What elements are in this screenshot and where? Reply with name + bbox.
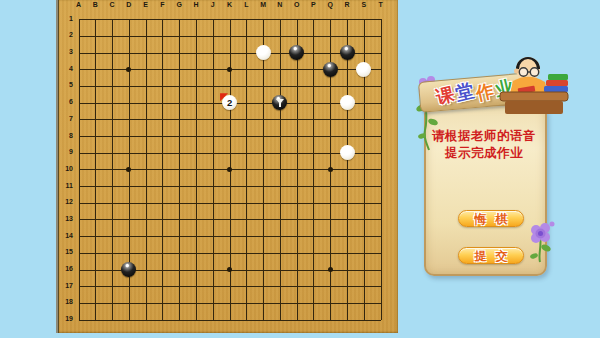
column-label-D: D [121, 1, 137, 8]
instruction-line-2: 提示完成作业 [426, 145, 542, 162]
black-stone-Q4 [323, 62, 338, 77]
column-label-N: N [272, 1, 288, 8]
white-stone-M3 [256, 45, 271, 60]
app-screen: ABCDEFGHJKLMNOPQRST 12345678910111213141… [0, 0, 600, 338]
white-stone-K6: 2 [222, 95, 237, 110]
column-label-H: H [188, 1, 204, 8]
instruction-text: 请根据老师的语音 提示完成作业 [426, 128, 542, 161]
column-label-S: S [356, 1, 372, 8]
title-char: 作 [474, 81, 496, 103]
column-label-J: J [205, 1, 221, 8]
column-label-T: T [373, 1, 389, 8]
column-label-C: C [104, 1, 120, 8]
column-label-L: L [238, 1, 254, 8]
move-number-label: 2 [227, 98, 232, 108]
submit-button-label: 提交 [466, 250, 517, 262]
star-point-D4 [126, 67, 131, 72]
undo-move-button[interactable]: 悔棋 [458, 210, 524, 227]
column-label-F: F [154, 1, 170, 8]
instruction-line-1: 请根据老师的语音 [426, 128, 542, 145]
star-point-K10 [227, 167, 232, 172]
current-move-tee-marker [272, 95, 287, 110]
column-label-B: B [87, 1, 103, 8]
column-label-K: K [222, 1, 238, 8]
flower-decoration-right [524, 218, 556, 264]
star-point-K4 [227, 67, 232, 72]
column-label-O: O [289, 1, 305, 8]
column-label-E: E [138, 1, 154, 8]
star-point-D10 [126, 167, 131, 172]
black-stone-O3 [289, 45, 304, 60]
go-board: ABCDEFGHJKLMNOPQRST 12345678910111213141… [56, 0, 398, 333]
black-stone-R3 [340, 45, 355, 60]
submit-button[interactable]: 提交 [458, 247, 524, 264]
column-label-M: M [255, 1, 271, 8]
star-point-Q16 [328, 267, 333, 272]
title-char: 课 [434, 84, 456, 106]
column-label-P: P [305, 1, 321, 8]
title-char: 堂 [454, 81, 476, 103]
white-stone-S4 [356, 62, 371, 77]
undo-move-button-label: 悔棋 [466, 213, 517, 225]
column-label-G: G [171, 1, 187, 8]
column-label-A: A [71, 1, 87, 8]
black-stone-N6 [272, 95, 287, 110]
column-label-Q: Q [322, 1, 338, 8]
black-stone-D16 [121, 262, 136, 277]
board-grid[interactable]: 2 [70, 11, 389, 328]
column-label-R: R [339, 1, 355, 8]
white-stone-R9 [340, 145, 355, 160]
star-point-Q10 [328, 167, 333, 172]
star-point-K16 [227, 267, 232, 272]
student-at-desk-illustration [498, 50, 578, 120]
white-stone-R6 [340, 95, 355, 110]
